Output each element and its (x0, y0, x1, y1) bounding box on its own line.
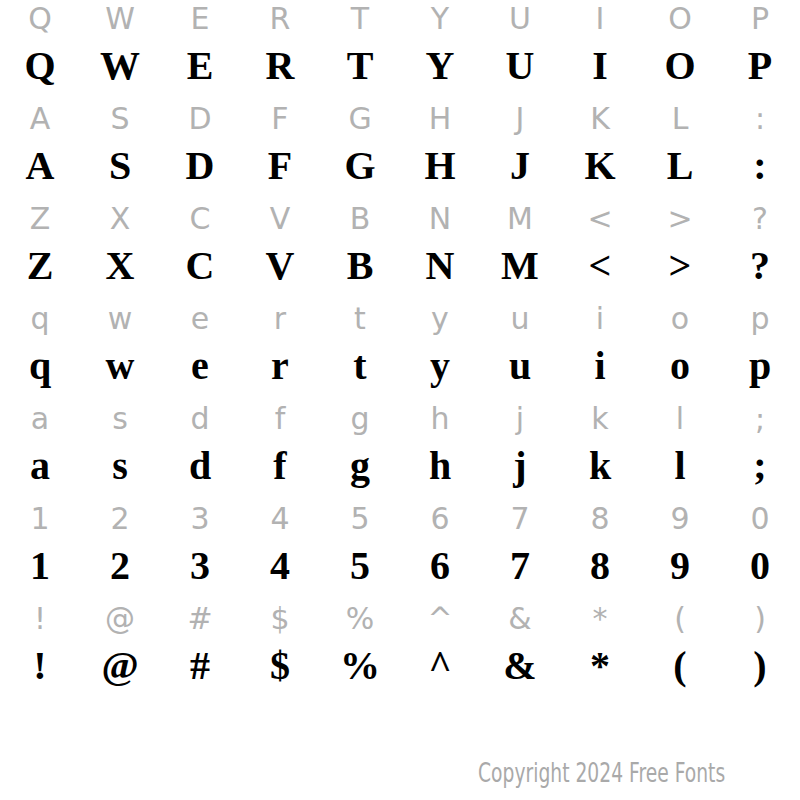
glyph-cell: : (720, 150, 800, 200)
glyph-cell: g (320, 450, 400, 500)
sample-row-6: 1234567890 (0, 550, 800, 600)
glyph-cell: j (480, 450, 560, 500)
glyph-cell: 7 (480, 550, 560, 600)
glyph-cell: K (560, 150, 640, 200)
copyright-notice: Copyright 2024 Free Fonts (478, 760, 725, 786)
glyph-cell: o (640, 350, 720, 400)
glyph-cell: U (480, 50, 560, 100)
glyph-cell: u (480, 350, 560, 400)
glyph-cell: i (560, 350, 640, 400)
glyph-cell: * (560, 650, 640, 700)
glyph-cell: k (560, 450, 640, 500)
glyph-cell: Z (0, 250, 80, 300)
glyph-cell: ^ (400, 650, 480, 700)
glyph-cell: 4 (240, 550, 320, 600)
glyph-cell: P (720, 50, 800, 100)
glyph-cell: B (320, 250, 400, 300)
sample-row-2: ASDFGHJKL: (0, 150, 800, 200)
glyph-cell: 8 (560, 550, 640, 600)
glyph-cell: D (160, 150, 240, 200)
glyph-cell: ( (640, 650, 720, 700)
glyph-cell: & (480, 650, 560, 700)
glyph-cell: Y (400, 50, 480, 100)
glyph-cell: R (240, 50, 320, 100)
glyph-cell: % (320, 650, 400, 700)
sample-row-3: ZXCVBNM<>? (0, 250, 800, 300)
glyph-cell: ! (0, 650, 80, 700)
glyph-cell: X (80, 250, 160, 300)
glyph-cell: V (240, 250, 320, 300)
glyph-cell: f (240, 450, 320, 500)
glyph-cell: ) (720, 650, 800, 700)
sample-row-7: !@#$%^&*() (0, 650, 800, 700)
glyph-cell: d (160, 450, 240, 500)
glyph-cell: l (640, 450, 720, 500)
glyph-cell: O (640, 50, 720, 100)
character-map: QWERTYUIOPQWERTYUIOPASDFGHJKL:ASDFGHJKL:… (0, 0, 800, 700)
glyph-cell: M (480, 250, 560, 300)
glyph-cell: ? (720, 250, 800, 300)
glyph-cell: @ (80, 650, 160, 700)
glyph-cell: 5 (320, 550, 400, 600)
glyph-cell: 6 (400, 550, 480, 600)
sample-row-4: qwertyuiop (0, 350, 800, 400)
glyph-cell: s (80, 450, 160, 500)
glyph-cell: < (560, 250, 640, 300)
glyph-cell: S (80, 150, 160, 200)
glyph-cell: 0 (720, 550, 800, 600)
glyph-cell: 1 (0, 550, 80, 600)
glyph-cell: Q (0, 50, 80, 100)
glyph-cell: H (400, 150, 480, 200)
sample-row-5: asdfghjkl; (0, 450, 800, 500)
glyph-cell: G (320, 150, 400, 200)
glyph-cell: 9 (640, 550, 720, 600)
sample-row-1: QWERTYUIOP (0, 50, 800, 100)
glyph-cell: q (0, 350, 80, 400)
glyph-cell: a (0, 450, 80, 500)
glyph-cell: L (640, 150, 720, 200)
glyph-cell: $ (240, 650, 320, 700)
glyph-cell: 2 (80, 550, 160, 600)
glyph-cell: A (0, 150, 80, 200)
glyph-cell: F (240, 150, 320, 200)
glyph-cell: r (240, 350, 320, 400)
glyph-cell: h (400, 450, 480, 500)
glyph-cell: C (160, 250, 240, 300)
glyph-cell: 3 (160, 550, 240, 600)
glyph-cell: y (400, 350, 480, 400)
glyph-cell: N (400, 250, 480, 300)
glyph-cell: ; (720, 450, 800, 500)
glyph-cell: t (320, 350, 400, 400)
glyph-cell: W (80, 50, 160, 100)
glyph-cell: > (640, 250, 720, 300)
glyph-cell: E (160, 50, 240, 100)
glyph-cell: J (480, 150, 560, 200)
glyph-cell: e (160, 350, 240, 400)
glyph-cell: I (560, 50, 640, 100)
glyph-cell: w (80, 350, 160, 400)
glyph-cell: T (320, 50, 400, 100)
glyph-cell: # (160, 650, 240, 700)
glyph-cell: p (720, 350, 800, 400)
